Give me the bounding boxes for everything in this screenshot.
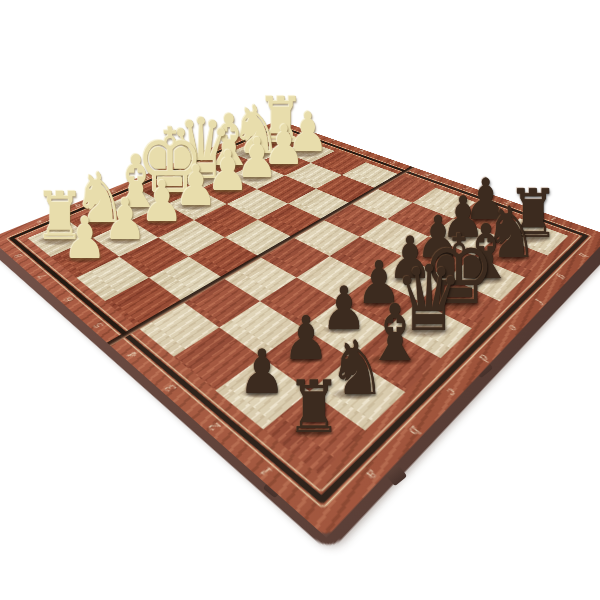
file-label-h: h [573, 249, 593, 260]
chess-set-product-photo: 11aa22bb33cc44dd55ee66ff77gg88hh ♜♟♞♟♝♟♛… [0, 0, 600, 600]
